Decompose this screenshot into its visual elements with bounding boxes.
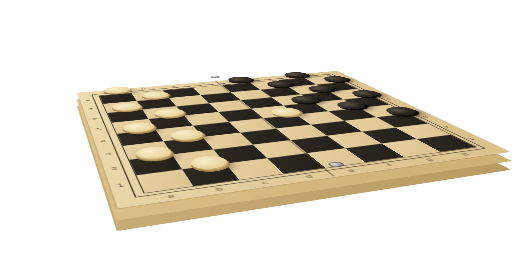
file-label-top-d: d (200, 83, 206, 85)
file-label-top-c: c (171, 85, 176, 87)
black-checker-h3[interactable] (381, 106, 421, 116)
rank-label-left-2: 2 (110, 166, 118, 171)
file-label-bottom-f: f (386, 163, 395, 167)
file-label-bottom-h: h (460, 152, 472, 156)
square-a2[interactable] (129, 154, 182, 175)
rank-label-left-3: 3 (105, 152, 112, 156)
file-label-top-a: a (110, 90, 115, 92)
rank-label-left-8: 8 (85, 99, 91, 101)
file-label-bottom-e: e (346, 168, 357, 173)
file-label-bottom-b: b (214, 187, 224, 193)
file-label-top-e: e (228, 80, 234, 82)
white-checker-a8[interactable] (103, 86, 132, 94)
far-hinge-icon (210, 76, 221, 78)
rank-label-left-4: 4 (100, 139, 107, 143)
product-photo-stage: aabbccddeeffgghh8877665544332211 (0, 0, 524, 260)
checkers-board: aabbccddeeffgghh8877665544332211 (78, 71, 510, 208)
rank-label-left-5: 5 (96, 128, 103, 131)
file-label-bottom-a: a (166, 193, 176, 199)
file-label-bottom-d: d (304, 174, 315, 179)
rank-label-left-6: 6 (92, 117, 98, 120)
file-label-bottom-c: c (260, 180, 270, 185)
rank-label-left-1: 1 (116, 183, 125, 188)
rank-label-left-7: 7 (88, 108, 94, 111)
file-label-top-b: b (141, 88, 147, 90)
file-label-bottom-g: g (424, 157, 435, 161)
